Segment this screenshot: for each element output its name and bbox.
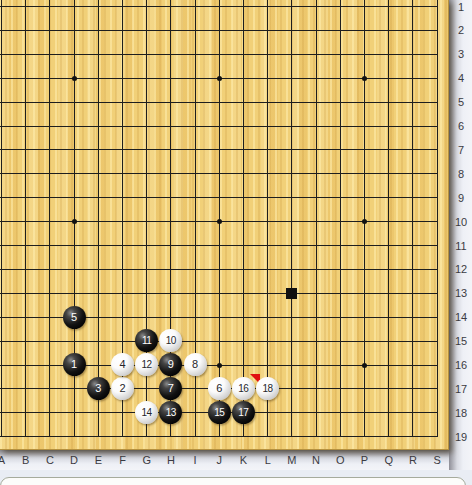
coord-label-row-4: 4 [453,72,469,85]
coord-label-row-19: 19 [453,431,469,444]
intersection-M13 [280,281,304,305]
stone-move-number: 16 [238,384,248,394]
intersection-H15: 10 [159,329,183,353]
intersection-J17: 6 [207,377,231,401]
intersection-G18: 14 [135,401,159,425]
stone-white-12: 12 [135,353,158,376]
stone-black-11: 11 [135,329,158,352]
coord-label-row-2: 2 [453,24,469,37]
coord-label-row-10: 10 [453,216,469,229]
coord-label-col-O: O [332,454,348,466]
coord-label-col-D: D [66,454,82,466]
stone-black-13: 13 [159,401,182,424]
intersection-H16: 9 [159,353,183,377]
go-diagram-screen: 123456789101112131415161718 123456789101… [0,0,472,485]
coord-label-col-N: N [308,454,324,466]
coord-label-row-16: 16 [453,359,469,372]
stone-move-number: 11 [142,336,151,346]
stone-white-2: 2 [111,377,134,400]
stone-move-number: 1 [71,359,77,370]
coord-label-row-13: 13 [453,287,469,300]
stone-black-7: 7 [159,377,182,400]
stone-move-number: 4 [119,359,125,370]
stone-black-5: 5 [63,306,86,329]
coord-label-row-17: 17 [453,383,469,396]
stone-move-number: 7 [168,383,174,394]
stone-move-number: 8 [192,359,198,370]
coord-label-col-Q: Q [381,454,397,466]
stone-move-number: 15 [214,408,224,418]
intersection-G16: 12 [135,353,159,377]
stone-black-17: 17 [232,401,255,424]
intersection-H18: 13 [159,401,183,425]
intersection-D14: 5 [62,305,86,329]
intersection-L17: 18 [255,377,279,401]
coord-label-col-A: A [0,454,10,466]
coord-label-col-G: G [139,454,155,466]
coord-label-col-M: M [284,454,300,466]
coord-label-row-7: 7 [453,144,469,157]
coord-label-col-E: E [90,454,106,466]
stone-move-number: 17 [238,408,248,418]
stone-move-number: 2 [119,383,125,394]
coord-label-row-18: 18 [453,407,469,420]
coord-label-row-12: 12 [453,263,469,276]
stone-black-15: 15 [208,401,231,424]
intersection-D16: 1 [62,353,86,377]
coord-label-row-1: 1 [453,1,469,14]
coord-label-row-5: 5 [453,96,469,109]
coord-label-row-14: 14 [453,311,469,324]
intersection-H17: 7 [159,377,183,401]
stone-move-number: 5 [71,312,77,323]
coord-label-row-6: 6 [453,120,469,133]
square-marker [286,288,297,299]
coord-label-col-H: H [163,454,179,466]
coord-label-col-J: J [211,454,227,466]
coord-label-col-R: R [405,454,421,466]
coord-label-col-F: F [115,454,131,466]
intersection-I16: 8 [183,353,207,377]
stone-move-number: 18 [263,384,273,394]
intersection-F17: 2 [110,377,134,401]
row-labels: 12345678910111213141516171819 [449,0,472,470]
coord-label-col-S: S [429,454,445,466]
stone-move-number: 12 [142,360,152,370]
stone-white-4: 4 [111,353,134,376]
board-grid: 123456789101112131415161718 [0,0,449,448]
coord-label-col-L: L [260,454,276,466]
column-labels: ABCDEFGHIJKLMNOPQRS [0,450,449,470]
stone-black-9: 9 [159,353,182,376]
go-board[interactable]: 123456789101112131415161718 [0,0,449,450]
coord-label-col-I: I [187,454,203,466]
intersection-K18: 17 [231,401,255,425]
coord-label-col-C: C [42,454,58,466]
coord-label-col-B: B [18,454,34,466]
stone-move-number: 10 [166,336,176,346]
stone-move-number: 3 [95,383,101,394]
stone-white-18: 18 [256,377,279,400]
intersection-F16: 4 [110,353,134,377]
coord-label-row-8: 8 [453,168,469,181]
intersection-G15: 11 [135,329,159,353]
stone-move-number: 14 [142,408,152,418]
coord-label-row-3: 3 [453,48,469,61]
stone-white-14: 14 [135,401,158,424]
coord-label-col-K: K [236,454,252,466]
stone-white-6: 6 [208,377,231,400]
coord-label-row-9: 9 [453,192,469,205]
coord-label-row-11: 11 [453,240,469,253]
coord-label-row-15: 15 [453,335,469,348]
stone-move-number: 13 [166,408,176,418]
stone-move-number: 9 [168,359,174,370]
intersection-J18: 15 [207,401,231,425]
stone-move-number: 6 [216,383,222,394]
stone-black-3: 3 [87,377,110,400]
stone-black-1: 1 [63,353,86,376]
intersection-E17: 3 [86,377,110,401]
stone-white-10: 10 [159,329,182,352]
bottom-panel [0,477,466,485]
stone-white-8: 8 [184,353,207,376]
coord-label-col-P: P [357,454,373,466]
